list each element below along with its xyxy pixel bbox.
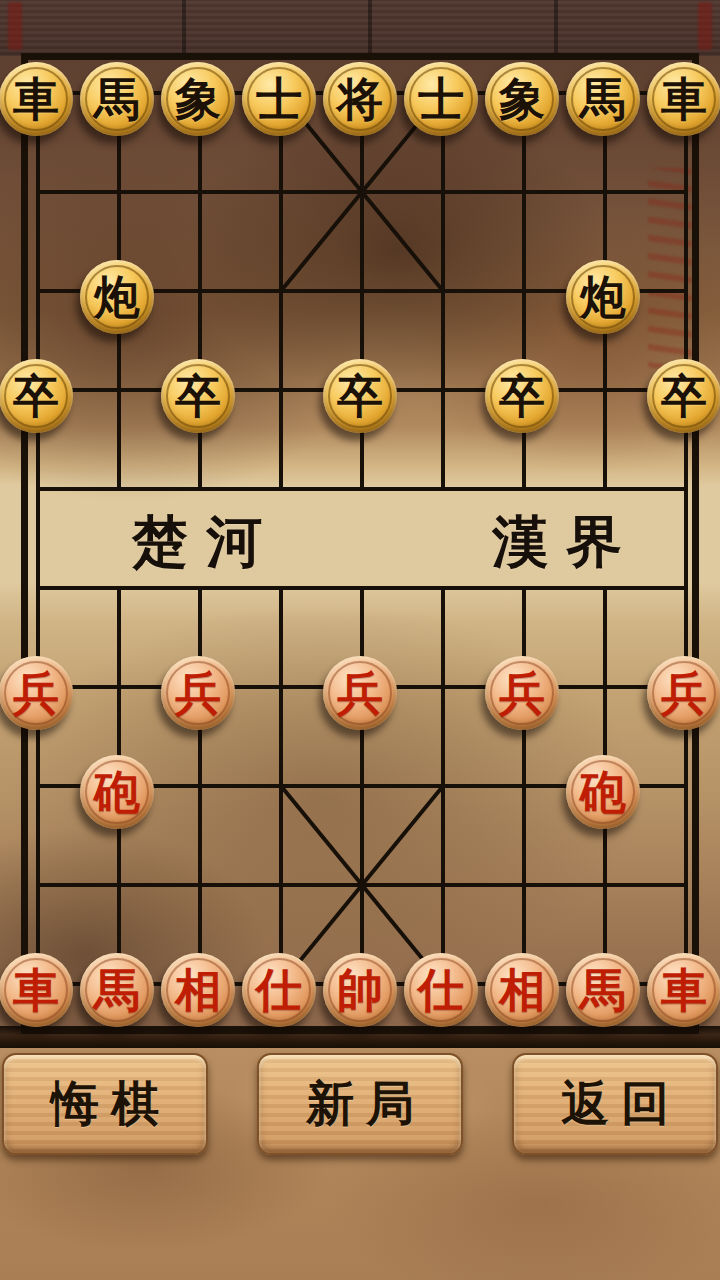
piece-red-elephant-left[interactable]: 相 [161,953,235,1027]
back-button-label: 返回 [549,1072,681,1136]
piece-black-elephant-left[interactable]: 象 [161,62,235,136]
new-game-button-label: 新局 [294,1072,426,1136]
piece-red-horse-right[interactable]: 馬 [566,953,640,1027]
river-label-left: 楚河 [92,508,302,578]
piece-glyph: 兵 [499,670,545,716]
piece-glyph: 兵 [661,670,707,716]
piece-glyph: 炮 [94,274,140,320]
piece-black-soldier-4[interactable]: 卒 [485,359,559,433]
piece-glyph: 仕 [256,967,302,1013]
piece-glyph: 砲 [94,769,140,815]
piece-glyph: 砲 [580,769,626,815]
piece-red-general[interactable]: 帥 [323,953,397,1027]
piece-glyph: 士 [256,76,302,122]
back-button[interactable]: 返回 [512,1053,718,1155]
piece-glyph: 相 [175,967,221,1013]
new-game-button[interactable]: 新局 [257,1053,463,1155]
piece-red-cannon-right[interactable]: 砲 [566,755,640,829]
piece-glyph: 卒 [661,373,707,419]
undo-button-label: 悔棋 [39,1072,171,1136]
piece-red-soldier-5[interactable]: 兵 [647,656,720,730]
piece-glyph: 馬 [94,967,140,1013]
piece-glyph: 馬 [580,967,626,1013]
piece-red-elephant-right[interactable]: 相 [485,953,559,1027]
piece-glyph: 兵 [13,670,59,716]
piece-glyph: 将 [337,76,383,122]
piece-black-general[interactable]: 将 [323,62,397,136]
piece-red-chariot-right[interactable]: 車 [647,953,720,1027]
piece-glyph: 帥 [337,967,383,1013]
piece-black-soldier-3[interactable]: 卒 [323,359,397,433]
piece-glyph: 仕 [418,967,464,1013]
piece-glyph: 卒 [13,373,59,419]
piece-red-advisor-left[interactable]: 仕 [242,953,316,1027]
piece-black-advisor-left[interactable]: 士 [242,62,316,136]
piece-glyph: 象 [499,76,545,122]
piece-black-cannon-right[interactable]: 炮 [566,260,640,334]
piece-black-soldier-5[interactable]: 卒 [647,359,720,433]
piece-glyph: 象 [175,76,221,122]
piece-glyph: 士 [418,76,464,122]
piece-black-chariot-right[interactable]: 車 [647,62,720,136]
piece-glyph: 卒 [175,373,221,419]
piece-glyph: 車 [661,76,707,122]
piece-red-soldier-4[interactable]: 兵 [485,656,559,730]
piece-glyph: 馬 [580,76,626,122]
piece-black-cannon-left[interactable]: 炮 [80,260,154,334]
piece-red-advisor-right[interactable]: 仕 [404,953,478,1027]
piece-black-horse-right[interactable]: 馬 [566,62,640,136]
piece-glyph: 炮 [580,274,626,320]
piece-black-soldier-1[interactable]: 卒 [0,359,73,433]
piece-red-horse-left[interactable]: 馬 [80,953,154,1027]
piece-glyph: 車 [13,967,59,1013]
piece-glyph: 卒 [499,373,545,419]
piece-glyph: 卒 [337,373,383,419]
piece-red-soldier-3[interactable]: 兵 [323,656,397,730]
piece-glyph: 車 [661,967,707,1013]
piece-red-soldier-2[interactable]: 兵 [161,656,235,730]
piece-black-horse-left[interactable]: 馬 [80,62,154,136]
piece-glyph: 相 [499,967,545,1013]
piece-black-advisor-right[interactable]: 士 [404,62,478,136]
piece-red-chariot-left[interactable]: 車 [0,953,73,1027]
piece-black-soldier-2[interactable]: 卒 [161,359,235,433]
undo-button[interactable]: 悔棋 [2,1053,208,1155]
xiangqi-screen: 楚河 漢界 車馬象士将士象馬車炮炮卒卒卒卒卒兵兵兵兵兵砲砲車馬相仕帥仕相馬車 悔… [0,0,720,1280]
piece-glyph: 車 [13,76,59,122]
piece-red-cannon-left[interactable]: 砲 [80,755,154,829]
piece-glyph: 兵 [175,670,221,716]
piece-black-chariot-left[interactable]: 車 [0,62,73,136]
piece-black-elephant-right[interactable]: 象 [485,62,559,136]
piece-glyph: 馬 [94,76,140,122]
piece-red-soldier-1[interactable]: 兵 [0,656,73,730]
piece-glyph: 兵 [337,670,383,716]
river-label-right: 漢界 [452,508,662,578]
